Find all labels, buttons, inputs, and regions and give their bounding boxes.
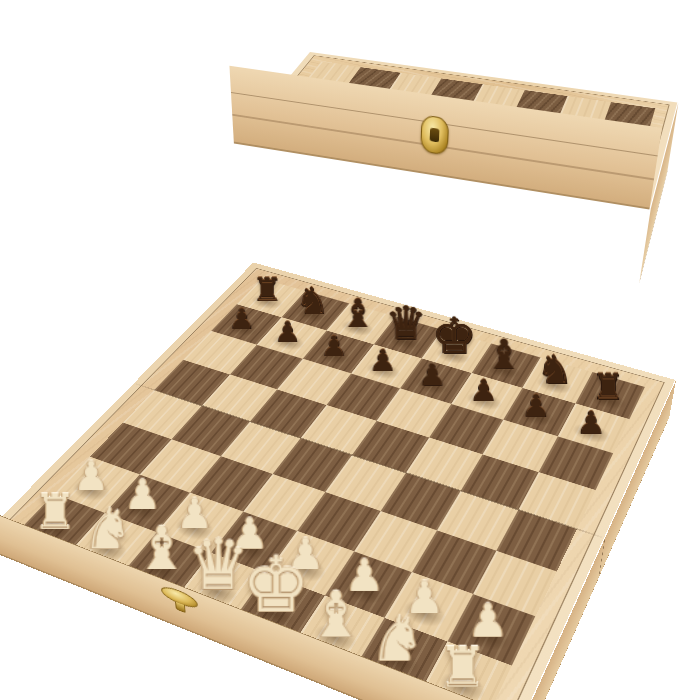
- board-checkerboard: ♜♞♝♛♚♝♞♜♟♟♟♟♟♟♟♟♟♟♟♟♟♟♟♟♜♞♝♛♚♝♞♜: [16, 279, 644, 700]
- board-surface: ♜♞♝♛♚♝♞♜♟♟♟♟♟♟♟♟♟♟♟♟♟♟♟♟♜♞♝♛♚♝♞♜: [0, 262, 675, 700]
- chess-piece-dark-pawn[interactable]: ♟: [470, 375, 498, 406]
- chess-piece-dark-pawn[interactable]: ♟: [275, 318, 301, 347]
- chess-piece-white-bishop[interactable]: ♝: [307, 583, 364, 646]
- chess-piece-dark-pawn[interactable]: ♟: [577, 407, 605, 439]
- product-photo-stage: ♜♞♝♛♚♝♞♜♟♟♟♟♟♟♟♟♟♟♟♟♟♟♟♟♜♞♝♛♚♝♞♜: [0, 0, 700, 700]
- chess-piece-white-knight[interactable]: ♞: [82, 501, 132, 557]
- closed-chess-box: [235, 52, 678, 209]
- square-d5[interactable]: [300, 405, 377, 455]
- chess-piece-white-pawn[interactable]: ♟: [73, 456, 109, 496]
- chess-piece-white-rook[interactable]: ♜: [33, 487, 77, 536]
- scene: ♜♞♝♛♚♝♞♜♟♟♟♟♟♟♟♟♟♟♟♟♟♟♟♟♜♞♝♛♚♝♞♜: [0, 0, 700, 700]
- chess-piece-dark-pawn[interactable]: ♟: [369, 346, 396, 376]
- chess-piece-white-rook[interactable]: ♜: [437, 639, 487, 695]
- open-chessboard: ♜♞♝♛♚♝♞♜♟♟♟♟♟♟♟♟♟♟♟♟♟♟♟♟♜♞♝♛♚♝♞♜: [0, 262, 675, 700]
- chess-piece-white-queen[interactable]: ♛: [187, 531, 250, 601]
- brass-latch-icon: [420, 114, 449, 155]
- chess-piece-dark-bishop[interactable]: ♝: [341, 294, 376, 333]
